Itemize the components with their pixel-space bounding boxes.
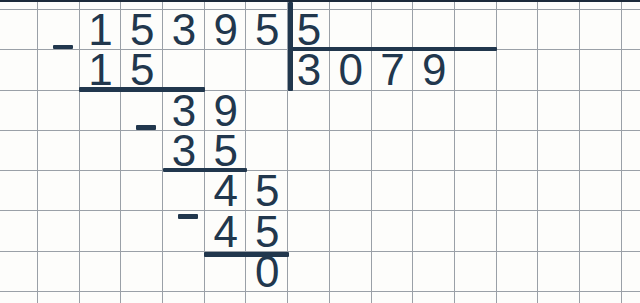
- minus-step1: [53, 45, 73, 50]
- digit-cell: 3: [163, 10, 205, 50]
- digit-cell: 3: [163, 131, 205, 171]
- digit-cell: 5: [121, 50, 163, 90]
- digit-cell: 5: [205, 131, 247, 171]
- digit-cell: 0: [247, 252, 289, 292]
- digit-cell: 5: [247, 10, 289, 50]
- minus-step2: [136, 125, 156, 130]
- quotient-rule: [288, 47, 498, 52]
- digit-cell: 4: [205, 212, 247, 252]
- digit-cell: 5: [121, 10, 163, 50]
- digit-cell: 5: [288, 10, 330, 50]
- digit-cell: 3: [163, 91, 205, 131]
- digit-cell: 9: [205, 10, 247, 50]
- division-worksheet: 153955153079393545450: [0, 0, 640, 303]
- underline-step2: [163, 168, 247, 173]
- underline-step3: [204, 252, 288, 257]
- digit-cell: 9: [413, 50, 455, 90]
- digit-cell: 5: [247, 171, 289, 211]
- minus-step3: [178, 214, 198, 219]
- screen-top-edge-line: [0, 0, 640, 2]
- digit-cell: 7: [372, 50, 414, 90]
- digit-cell: 4: [205, 171, 247, 211]
- digit-cell: 3: [288, 50, 330, 90]
- digit-cell: 1: [80, 50, 122, 90]
- digit-cell: 9: [205, 91, 247, 131]
- digit-cell: 5: [247, 212, 289, 252]
- digit-cell: 1: [80, 10, 122, 50]
- worksheet-ink-layer: 153955153079393545450: [0, 0, 640, 303]
- digit-cell: 0: [330, 50, 372, 90]
- underline-step1: [79, 87, 205, 92]
